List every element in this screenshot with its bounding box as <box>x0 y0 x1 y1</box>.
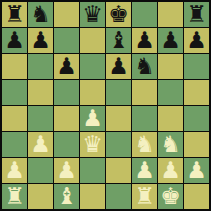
square-g4[interactable] <box>158 106 183 131</box>
square-c1[interactable]: ♝ <box>54 184 79 209</box>
square-c6[interactable]: ♟ <box>54 54 79 79</box>
square-f8[interactable] <box>132 2 157 27</box>
square-d3[interactable]: ♛ <box>80 132 105 157</box>
square-b1[interactable] <box>28 184 53 209</box>
square-d2[interactable] <box>80 158 105 183</box>
piece-white-pawn[interactable]: ♟ <box>158 158 183 183</box>
square-e7[interactable]: ♝ <box>106 28 131 53</box>
square-h3[interactable] <box>184 132 209 157</box>
piece-white-pawn[interactable]: ♟ <box>184 158 209 183</box>
square-g5[interactable] <box>158 80 183 105</box>
square-g6[interactable] <box>158 54 183 79</box>
piece-white-pawn[interactable]: ♟ <box>2 158 27 183</box>
square-e4[interactable] <box>106 106 131 131</box>
piece-white-pawn[interactable]: ♟ <box>132 158 157 183</box>
square-a6[interactable] <box>2 54 27 79</box>
square-c7[interactable] <box>54 28 79 53</box>
square-g8[interactable] <box>158 2 183 27</box>
piece-black-rook[interactable]: ♜ <box>184 2 209 27</box>
piece-white-queen[interactable]: ♛ <box>80 132 105 157</box>
square-a4[interactable] <box>2 106 27 131</box>
square-b5[interactable] <box>28 80 53 105</box>
piece-black-knight[interactable]: ♞ <box>28 2 53 27</box>
square-a2[interactable]: ♟ <box>2 158 27 183</box>
square-d1[interactable] <box>80 184 105 209</box>
square-c5[interactable] <box>54 80 79 105</box>
square-b7[interactable]: ♟ <box>28 28 53 53</box>
piece-white-pawn[interactable]: ♟ <box>28 132 53 157</box>
square-b6[interactable] <box>28 54 53 79</box>
piece-black-pawn[interactable]: ♟ <box>54 54 79 79</box>
square-h5[interactable] <box>184 80 209 105</box>
square-f3[interactable]: ♞ <box>132 132 157 157</box>
piece-black-pawn[interactable]: ♟ <box>132 28 157 53</box>
square-c8[interactable] <box>54 2 79 27</box>
square-c4[interactable] <box>54 106 79 131</box>
chess-board: ♜♞♛♚♜♟♟♝♟♟♟♟♟♞♟♟♛♞♞♟♟♟♟♟♜♝♜♚ <box>0 0 211 211</box>
square-h2[interactable]: ♟ <box>184 158 209 183</box>
square-a1[interactable]: ♜ <box>2 184 27 209</box>
piece-black-pawn[interactable]: ♟ <box>28 28 53 53</box>
piece-black-pawn[interactable]: ♟ <box>184 28 209 53</box>
square-f5[interactable] <box>132 80 157 105</box>
piece-black-knight[interactable]: ♞ <box>132 54 157 79</box>
piece-white-king[interactable]: ♚ <box>158 184 183 209</box>
square-g3[interactable]: ♞ <box>158 132 183 157</box>
square-f6[interactable]: ♞ <box>132 54 157 79</box>
square-d6[interactable] <box>80 54 105 79</box>
square-e3[interactable] <box>106 132 131 157</box>
square-e2[interactable] <box>106 158 131 183</box>
square-h4[interactable] <box>184 106 209 131</box>
piece-black-pawn[interactable]: ♟ <box>158 28 183 53</box>
piece-white-pawn[interactable]: ♟ <box>80 106 105 131</box>
square-a8[interactable]: ♜ <box>2 2 27 27</box>
square-a7[interactable]: ♟ <box>2 28 27 53</box>
square-f4[interactable] <box>132 106 157 131</box>
piece-white-rook[interactable]: ♜ <box>132 184 157 209</box>
piece-black-bishop[interactable]: ♝ <box>106 28 131 53</box>
square-e1[interactable] <box>106 184 131 209</box>
square-f1[interactable]: ♜ <box>132 184 157 209</box>
piece-white-bishop[interactable]: ♝ <box>54 184 79 209</box>
square-d5[interactable] <box>80 80 105 105</box>
square-f7[interactable]: ♟ <box>132 28 157 53</box>
square-g1[interactable]: ♚ <box>158 184 183 209</box>
square-b2[interactable] <box>28 158 53 183</box>
piece-black-queen[interactable]: ♛ <box>80 2 105 27</box>
square-d8[interactable]: ♛ <box>80 2 105 27</box>
square-h1[interactable] <box>184 184 209 209</box>
piece-white-rook[interactable]: ♜ <box>2 184 27 209</box>
square-g7[interactable]: ♟ <box>158 28 183 53</box>
piece-white-knight[interactable]: ♞ <box>158 132 183 157</box>
square-h6[interactable] <box>184 54 209 79</box>
square-b4[interactable] <box>28 106 53 131</box>
square-h8[interactable]: ♜ <box>184 2 209 27</box>
square-e8[interactable]: ♚ <box>106 2 131 27</box>
square-a5[interactable] <box>2 80 27 105</box>
square-h7[interactable]: ♟ <box>184 28 209 53</box>
square-b8[interactable]: ♞ <box>28 2 53 27</box>
piece-black-rook[interactable]: ♜ <box>2 2 27 27</box>
piece-black-king[interactable]: ♚ <box>106 2 131 27</box>
piece-white-knight[interactable]: ♞ <box>132 132 157 157</box>
square-c3[interactable] <box>54 132 79 157</box>
piece-black-pawn[interactable]: ♟ <box>106 54 131 79</box>
square-e6[interactable]: ♟ <box>106 54 131 79</box>
square-g2[interactable]: ♟ <box>158 158 183 183</box>
square-e5[interactable] <box>106 80 131 105</box>
square-b3[interactable]: ♟ <box>28 132 53 157</box>
square-a3[interactable] <box>2 132 27 157</box>
square-f2[interactable]: ♟ <box>132 158 157 183</box>
piece-black-pawn[interactable]: ♟ <box>2 28 27 53</box>
square-d4[interactable]: ♟ <box>80 106 105 131</box>
square-c2[interactable]: ♟ <box>54 158 79 183</box>
piece-white-pawn[interactable]: ♟ <box>54 158 79 183</box>
square-d7[interactable] <box>80 28 105 53</box>
